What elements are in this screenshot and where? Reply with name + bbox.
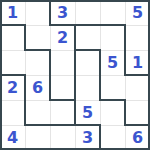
cell-r1c1-given[interactable]: 1 (0, 0, 25, 25)
cell-r3c4[interactable] (75, 50, 100, 75)
jigsaw-sudoku-board: 135251265436 (0, 0, 150, 150)
cell-r4c2-given[interactable]: 6 (25, 75, 50, 100)
cell-r1c3-given[interactable]: 3 (50, 0, 75, 25)
cell-r6c4-given[interactable]: 3 (75, 125, 100, 150)
cell-r2c1[interactable] (0, 25, 25, 50)
cell-r2c2[interactable] (25, 25, 50, 50)
cell-r3c3[interactable] (50, 50, 75, 75)
cell-r6c1-given[interactable]: 4 (0, 125, 25, 150)
cell-r4c6[interactable] (125, 75, 150, 100)
cell-r5c4-given[interactable]: 5 (75, 100, 100, 125)
cell-r6c5[interactable] (100, 125, 125, 150)
cell-r2c4[interactable] (75, 25, 100, 50)
cell-r2c3-given[interactable]: 2 (50, 25, 75, 50)
cell-r5c2[interactable] (25, 100, 50, 125)
cell-r3c1[interactable] (0, 50, 25, 75)
cell-r5c3[interactable] (50, 100, 75, 125)
cell-r1c4[interactable] (75, 0, 100, 25)
cell-r6c3[interactable] (50, 125, 75, 150)
cell-r3c6-given[interactable]: 1 (125, 50, 150, 75)
cell-r5c6[interactable] (125, 100, 150, 125)
cell-r6c6-given[interactable]: 6 (125, 125, 150, 150)
cell-r5c1[interactable] (0, 100, 25, 125)
cell-r5c5[interactable] (100, 100, 125, 125)
cell-r4c1-given[interactable]: 2 (0, 75, 25, 100)
cell-r4c3[interactable] (50, 75, 75, 100)
cell-r1c2[interactable] (25, 0, 50, 25)
cell-r4c5[interactable] (100, 75, 125, 100)
cell-r1c5[interactable] (100, 0, 125, 25)
cell-r6c2[interactable] (25, 125, 50, 150)
cell-r3c5-given[interactable]: 5 (100, 50, 125, 75)
cell-r1c6-given[interactable]: 5 (125, 0, 150, 25)
cell-r4c4[interactable] (75, 75, 100, 100)
cell-r2c5[interactable] (100, 25, 125, 50)
cell-r3c2[interactable] (25, 50, 50, 75)
cell-r2c6[interactable] (125, 25, 150, 50)
